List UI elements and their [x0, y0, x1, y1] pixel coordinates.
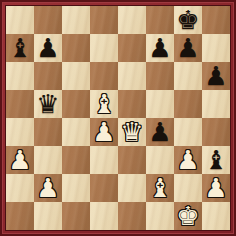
black-king[interactable]: ♚	[176, 6, 199, 34]
square-f1[interactable]	[146, 202, 174, 230]
square-h6[interactable]: ♟	[202, 62, 230, 90]
black-pawn[interactable]: ♟	[148, 34, 171, 62]
square-b6[interactable]	[34, 62, 62, 90]
square-h3[interactable]: ♝	[202, 146, 230, 174]
square-e6[interactable]	[118, 62, 146, 90]
black-queen[interactable]: ♛	[36, 90, 59, 118]
square-b2[interactable]: ♟	[34, 174, 62, 202]
white-pawn[interactable]: ♟	[8, 146, 31, 174]
square-h7[interactable]	[202, 34, 230, 62]
black-pawn[interactable]: ♟	[204, 62, 227, 90]
square-g5[interactable]	[174, 90, 202, 118]
white-bishop[interactable]: ♝	[148, 174, 171, 202]
square-h4[interactable]	[202, 118, 230, 146]
square-a2[interactable]	[6, 174, 34, 202]
black-bishop[interactable]: ♝	[204, 146, 227, 174]
chess-board-frame: ♚♝♟♟♟♟♛♝♟♛♟♟♟♝♟♝♟♚	[0, 0, 236, 236]
white-queen[interactable]: ♛	[120, 118, 143, 146]
square-b1[interactable]	[34, 202, 62, 230]
white-pawn[interactable]: ♟	[204, 174, 227, 202]
square-b4[interactable]	[34, 118, 62, 146]
square-g2[interactable]	[174, 174, 202, 202]
square-e4[interactable]: ♛	[118, 118, 146, 146]
square-g1[interactable]: ♚	[174, 202, 202, 230]
square-e8[interactable]	[118, 6, 146, 34]
square-d4[interactable]: ♟	[90, 118, 118, 146]
black-pawn[interactable]: ♟	[148, 118, 171, 146]
square-g6[interactable]	[174, 62, 202, 90]
square-h8[interactable]	[202, 6, 230, 34]
square-b5[interactable]: ♛	[34, 90, 62, 118]
square-b7[interactable]: ♟	[34, 34, 62, 62]
square-a3[interactable]: ♟	[6, 146, 34, 174]
square-d5[interactable]: ♝	[90, 90, 118, 118]
square-f4[interactable]: ♟	[146, 118, 174, 146]
square-f3[interactable]	[146, 146, 174, 174]
black-pawn[interactable]: ♟	[176, 34, 199, 62]
square-c8[interactable]	[62, 6, 90, 34]
chess-board: ♚♝♟♟♟♟♛♝♟♛♟♟♟♝♟♝♟♚	[6, 6, 230, 230]
square-e1[interactable]	[118, 202, 146, 230]
square-g8[interactable]: ♚	[174, 6, 202, 34]
white-pawn[interactable]: ♟	[176, 146, 199, 174]
black-pawn[interactable]: ♟	[36, 34, 59, 62]
white-bishop[interactable]: ♝	[92, 90, 115, 118]
white-king[interactable]: ♚	[176, 202, 199, 230]
square-e5[interactable]	[118, 90, 146, 118]
square-e3[interactable]	[118, 146, 146, 174]
square-b8[interactable]	[34, 6, 62, 34]
square-e2[interactable]	[118, 174, 146, 202]
square-f5[interactable]	[146, 90, 174, 118]
white-pawn[interactable]: ♟	[92, 118, 115, 146]
square-c2[interactable]	[62, 174, 90, 202]
square-f6[interactable]	[146, 62, 174, 90]
square-h2[interactable]: ♟	[202, 174, 230, 202]
square-e7[interactable]	[118, 34, 146, 62]
square-d2[interactable]	[90, 174, 118, 202]
square-c4[interactable]	[62, 118, 90, 146]
square-a8[interactable]	[6, 6, 34, 34]
square-d8[interactable]	[90, 6, 118, 34]
square-d7[interactable]	[90, 34, 118, 62]
square-h5[interactable]	[202, 90, 230, 118]
square-c7[interactable]	[62, 34, 90, 62]
square-c3[interactable]	[62, 146, 90, 174]
square-f8[interactable]	[146, 6, 174, 34]
square-b3[interactable]	[34, 146, 62, 174]
square-c6[interactable]	[62, 62, 90, 90]
square-f2[interactable]: ♝	[146, 174, 174, 202]
square-c1[interactable]	[62, 202, 90, 230]
square-g4[interactable]	[174, 118, 202, 146]
black-bishop[interactable]: ♝	[8, 34, 31, 62]
square-a7[interactable]: ♝	[6, 34, 34, 62]
square-c5[interactable]	[62, 90, 90, 118]
square-d6[interactable]	[90, 62, 118, 90]
square-h1[interactable]	[202, 202, 230, 230]
square-d1[interactable]	[90, 202, 118, 230]
square-g3[interactable]: ♟	[174, 146, 202, 174]
square-a5[interactable]	[6, 90, 34, 118]
square-a6[interactable]	[6, 62, 34, 90]
square-a4[interactable]	[6, 118, 34, 146]
square-f7[interactable]: ♟	[146, 34, 174, 62]
square-d3[interactable]	[90, 146, 118, 174]
square-g7[interactable]: ♟	[174, 34, 202, 62]
square-a1[interactable]	[6, 202, 34, 230]
white-pawn[interactable]: ♟	[36, 174, 59, 202]
